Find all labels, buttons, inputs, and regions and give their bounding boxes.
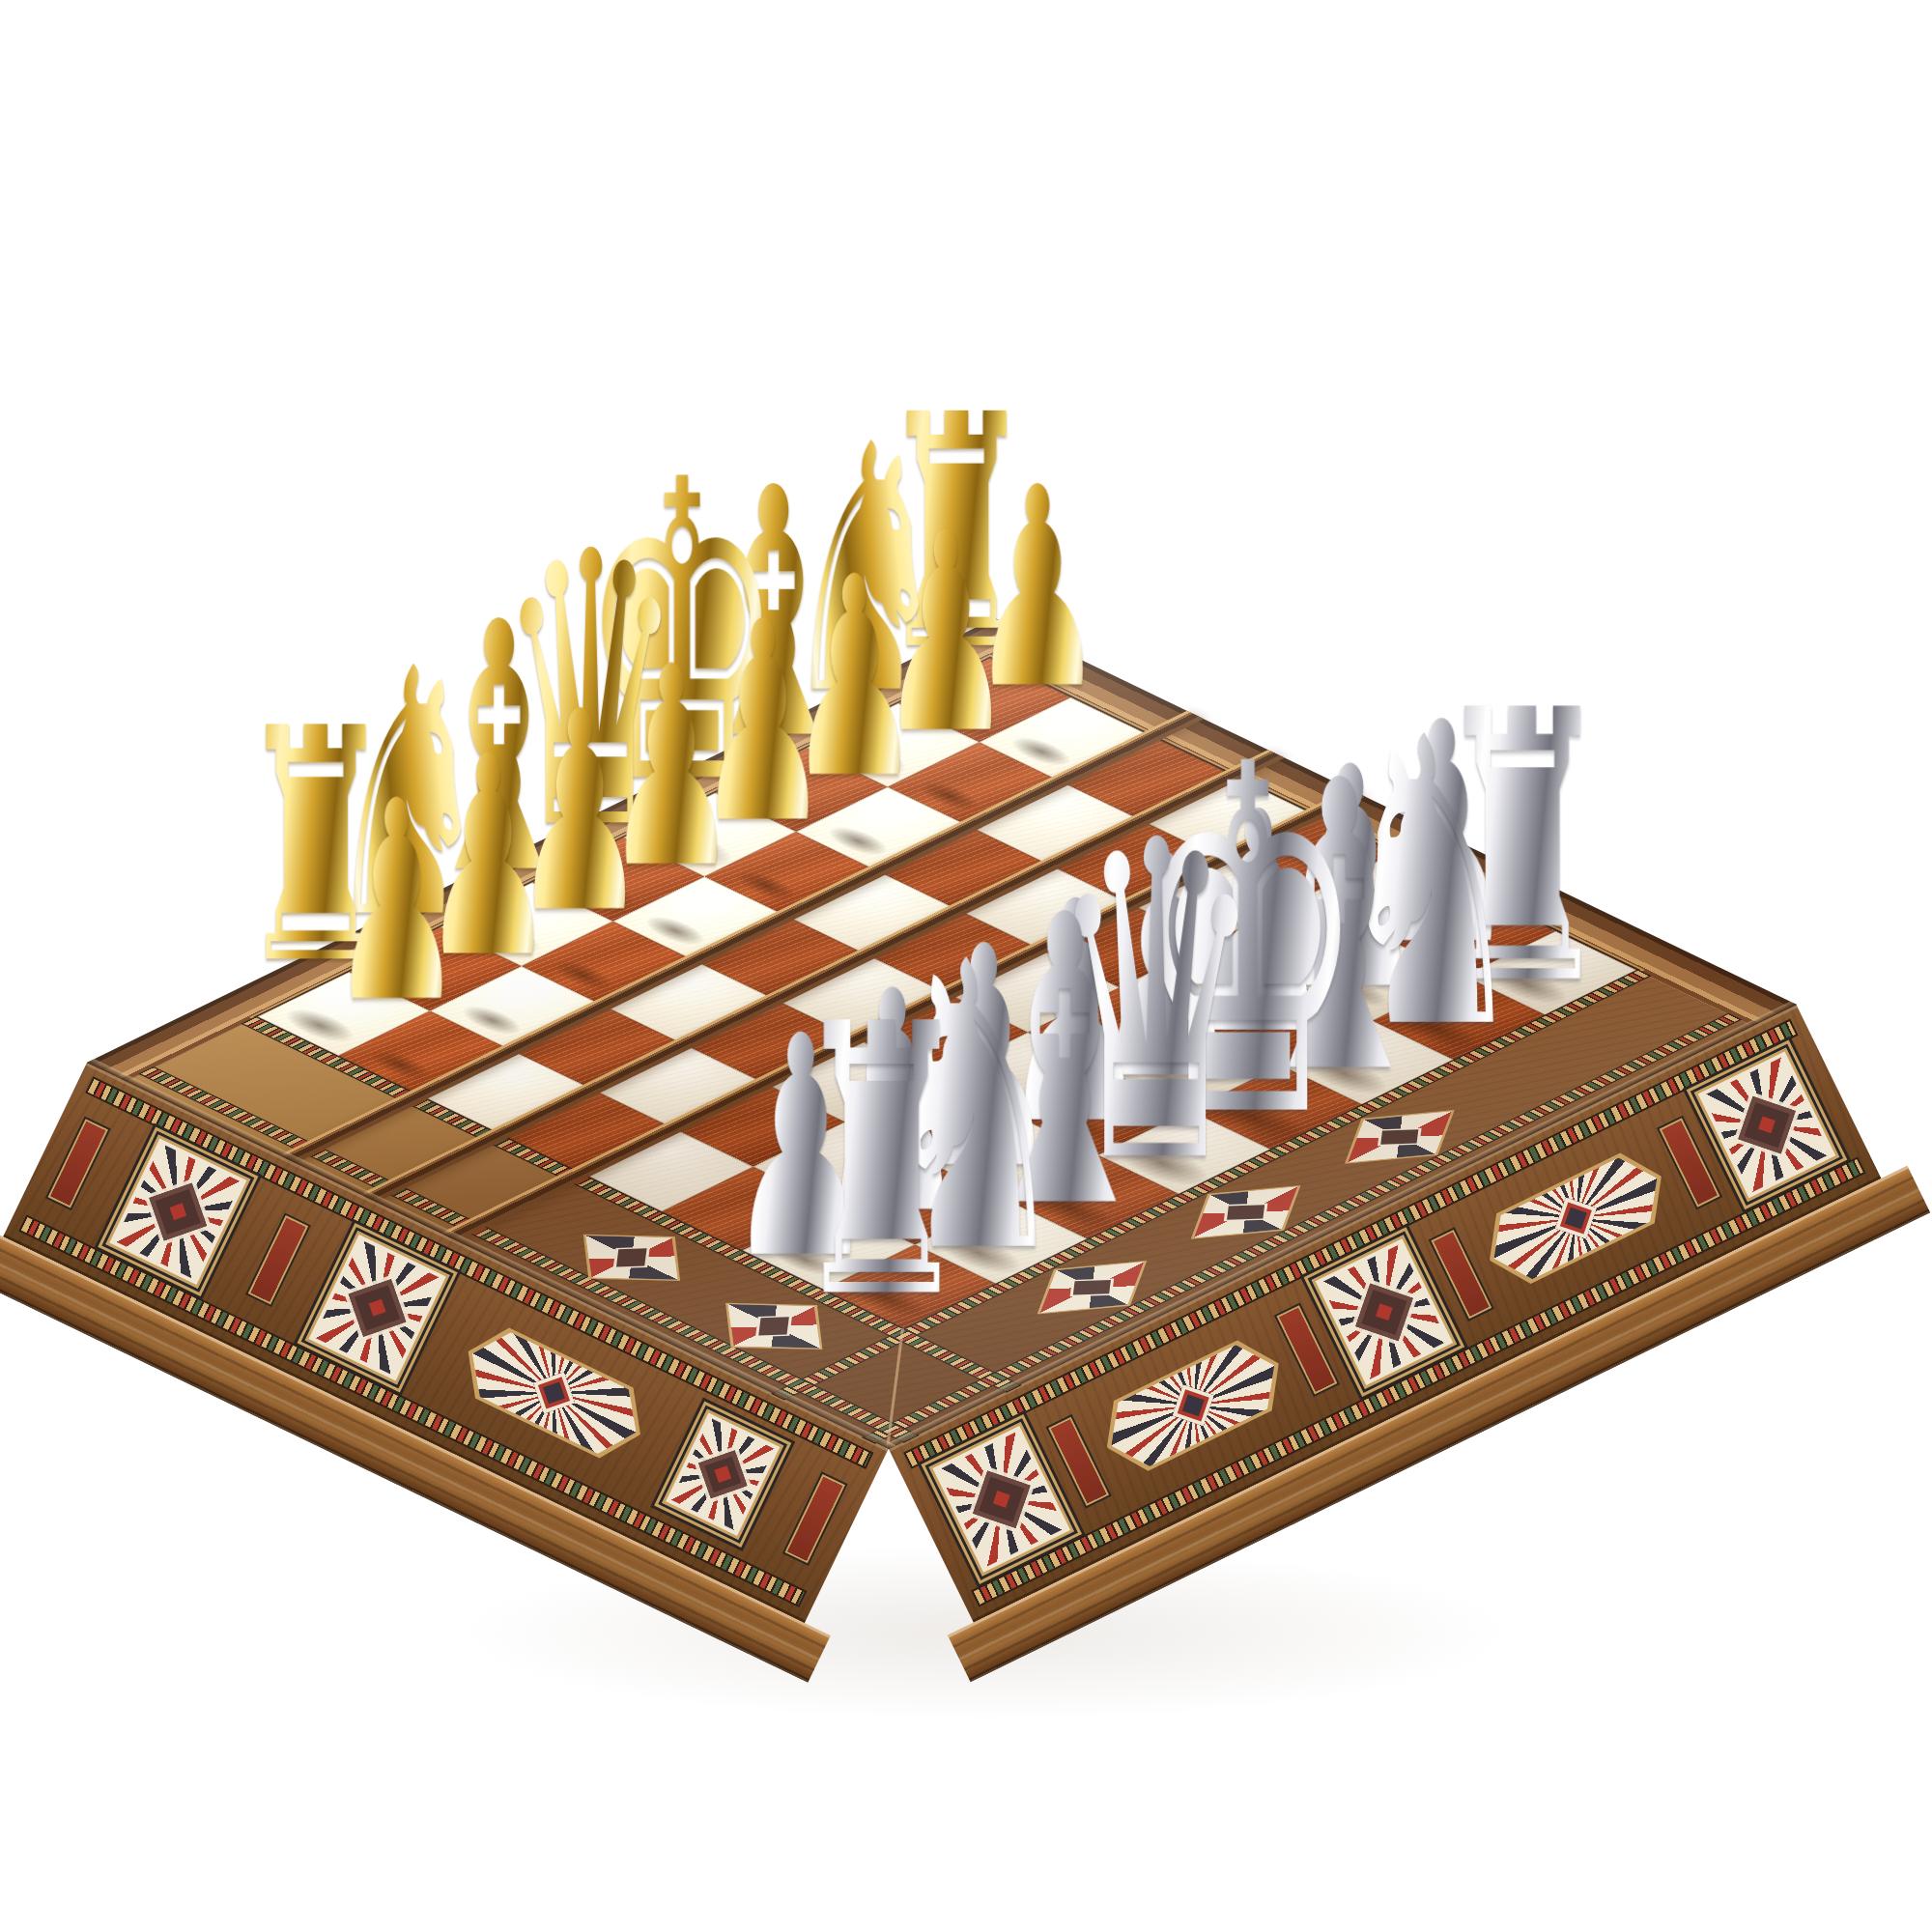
mosaic-red-accent [1279, 1308, 1335, 1392]
mosaic-red-accent [1434, 1233, 1490, 1317]
mosaic-red-accent [1051, 1420, 1107, 1504]
mosaic-red-accent [787, 1477, 842, 1561]
product-photo-canvas: ♜♟♟♜♞♟♟♞♝♟♟♝♚♟♟♚♛♟♟♛♝♟♟♝♞♟♟♞♜♟♟♜ [0, 0, 1932, 1932]
mosaic-star-medallion [658, 1405, 787, 1544]
mosaic-red-accent [250, 1218, 305, 1302]
mosaic-red-accent [50, 1122, 105, 1206]
mosaic-red-accent [1662, 1121, 1718, 1205]
